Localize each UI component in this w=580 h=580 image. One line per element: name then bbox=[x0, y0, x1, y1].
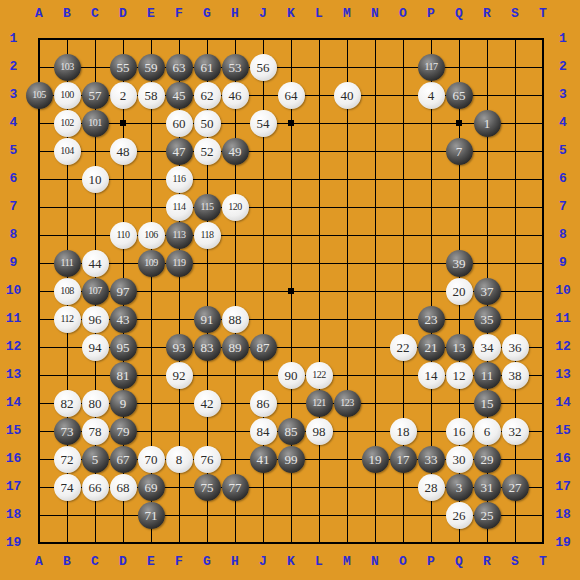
white-stone-Q18-move-26[interactable]: 26 bbox=[446, 502, 473, 529]
black-stone-H2-move-53[interactable]: 53 bbox=[222, 54, 249, 81]
black-stone-O16-move-17[interactable]: 17 bbox=[390, 446, 417, 473]
white-stone-C12-move-94[interactable]: 94 bbox=[82, 334, 109, 361]
black-stone-D15-move-79[interactable]: 79 bbox=[110, 418, 137, 445]
white-stone-G8-move-118[interactable]: 118 bbox=[194, 222, 221, 249]
black-stone-Q17-move-3[interactable]: 3 bbox=[446, 474, 473, 501]
row-label-left-17: 17 bbox=[0, 473, 27, 501]
black-stone-A3-move-105[interactable]: 105 bbox=[26, 82, 53, 109]
col-label-top-J: J bbox=[249, 1, 277, 27]
white-stone-E16-move-70[interactable]: 70 bbox=[138, 446, 165, 473]
row-label-left-14: 14 bbox=[0, 389, 27, 417]
white-stone-B16-move-72[interactable]: 72 bbox=[54, 446, 81, 473]
white-stone-C17-move-66[interactable]: 66 bbox=[82, 474, 109, 501]
white-stone-E3-move-58[interactable]: 58 bbox=[138, 82, 165, 109]
row-label-left-16: 16 bbox=[0, 445, 27, 473]
white-stone-F6-move-116[interactable]: 116 bbox=[166, 166, 193, 193]
col-label-top-P: P bbox=[417, 1, 445, 27]
black-stone-R18-move-25[interactable]: 25 bbox=[474, 502, 501, 529]
white-stone-C11-move-96[interactable]: 96 bbox=[82, 306, 109, 333]
white-stone-G5-move-52[interactable]: 52 bbox=[194, 138, 221, 165]
black-stone-E2-move-59[interactable]: 59 bbox=[138, 54, 165, 81]
white-stone-D3-move-2[interactable]: 2 bbox=[110, 82, 137, 109]
row-label-left-5: 5 bbox=[0, 137, 27, 165]
white-stone-B17-move-74[interactable]: 74 bbox=[54, 474, 81, 501]
black-stone-J16-move-41[interactable]: 41 bbox=[250, 446, 277, 473]
black-stone-P11-move-23[interactable]: 23 bbox=[418, 306, 445, 333]
white-stone-J4-move-54[interactable]: 54 bbox=[250, 110, 277, 137]
black-stone-D10-move-97[interactable]: 97 bbox=[110, 278, 137, 305]
col-label-top-M: M bbox=[333, 1, 361, 27]
col-label-top-A: A bbox=[25, 1, 53, 27]
white-stone-L13-move-122[interactable]: 122 bbox=[306, 362, 333, 389]
white-stone-K13-move-90[interactable]: 90 bbox=[278, 362, 305, 389]
black-stone-R16-move-29[interactable]: 29 bbox=[474, 446, 501, 473]
white-stone-Q13-move-12[interactable]: 12 bbox=[446, 362, 473, 389]
white-stone-F4-move-60[interactable]: 60 bbox=[166, 110, 193, 137]
white-stone-D5-move-48[interactable]: 48 bbox=[110, 138, 137, 165]
white-stone-B4-move-102[interactable]: 102 bbox=[54, 110, 81, 137]
white-stone-H11-move-88[interactable]: 88 bbox=[222, 306, 249, 333]
black-stone-G12-move-83[interactable]: 83 bbox=[194, 334, 221, 361]
black-stone-G17-move-75[interactable]: 75 bbox=[194, 474, 221, 501]
black-stone-Q5-move-7[interactable]: 7 bbox=[446, 138, 473, 165]
black-stone-B9-move-111[interactable]: 111 bbox=[54, 250, 81, 277]
white-stone-Q15-move-16[interactable]: 16 bbox=[446, 418, 473, 445]
white-stone-B5-move-104[interactable]: 104 bbox=[54, 138, 81, 165]
black-stone-F3-move-45[interactable]: 45 bbox=[166, 82, 193, 109]
black-stone-Q12-move-13[interactable]: 13 bbox=[446, 334, 473, 361]
go-board-diagram: AABBCCDDEEFFGGHHJJKKLLMMNNOOPPQQRRSSTT11… bbox=[0, 0, 580, 580]
white-stone-S12-move-36[interactable]: 36 bbox=[502, 334, 529, 361]
white-stone-J14-move-86[interactable]: 86 bbox=[250, 390, 277, 417]
black-stone-C10-move-107[interactable]: 107 bbox=[82, 278, 109, 305]
black-stone-K16-move-99[interactable]: 99 bbox=[278, 446, 305, 473]
col-label-top-Q: Q bbox=[445, 1, 473, 27]
col-label-top-N: N bbox=[361, 1, 389, 27]
col-label-top-K: K bbox=[277, 1, 305, 27]
white-stone-H7-move-120[interactable]: 120 bbox=[222, 194, 249, 221]
col-label-top-E: E bbox=[137, 1, 165, 27]
black-stone-M14-move-123[interactable]: 123 bbox=[334, 390, 361, 417]
white-stone-E8-move-106[interactable]: 106 bbox=[138, 222, 165, 249]
white-stone-B11-move-112[interactable]: 112 bbox=[54, 306, 81, 333]
black-stone-N16-move-19[interactable]: 19 bbox=[362, 446, 389, 473]
white-stone-J2-move-56[interactable]: 56 bbox=[250, 54, 277, 81]
black-stone-H17-move-77[interactable]: 77 bbox=[222, 474, 249, 501]
col-label-top-G: G bbox=[193, 1, 221, 27]
row-label-left-2: 2 bbox=[0, 53, 27, 81]
black-stone-H5-move-49[interactable]: 49 bbox=[222, 138, 249, 165]
white-stone-C9-move-44[interactable]: 44 bbox=[82, 250, 109, 277]
white-stone-G4-move-50[interactable]: 50 bbox=[194, 110, 221, 137]
row-label-left-11: 11 bbox=[0, 305, 27, 333]
black-stone-E9-move-109[interactable]: 109 bbox=[138, 250, 165, 277]
row-label-left-9: 9 bbox=[0, 249, 27, 277]
row-label-left-10: 10 bbox=[0, 277, 27, 305]
black-stone-D2-move-55[interactable]: 55 bbox=[110, 54, 137, 81]
row-label-left-12: 12 bbox=[0, 333, 27, 361]
row-label-left-18: 18 bbox=[0, 501, 27, 529]
black-stone-R11-move-35[interactable]: 35 bbox=[474, 306, 501, 333]
row-label-left-19: 19 bbox=[0, 529, 27, 557]
white-stone-D17-move-68[interactable]: 68 bbox=[110, 474, 137, 501]
white-stone-G3-move-62[interactable]: 62 bbox=[194, 82, 221, 109]
col-label-top-D: D bbox=[109, 1, 137, 27]
black-stone-Q3-move-65[interactable]: 65 bbox=[446, 82, 473, 109]
black-stone-G2-move-61[interactable]: 61 bbox=[194, 54, 221, 81]
row-label-left-8: 8 bbox=[0, 221, 27, 249]
white-stone-Q10-move-20[interactable]: 20 bbox=[446, 278, 473, 305]
row-label-left-13: 13 bbox=[0, 361, 27, 389]
white-stone-P3-move-4[interactable]: 4 bbox=[418, 82, 445, 109]
black-stone-P2-move-117[interactable]: 117 bbox=[418, 54, 445, 81]
black-stone-F2-move-63[interactable]: 63 bbox=[166, 54, 193, 81]
black-stone-S17-move-27[interactable]: 27 bbox=[502, 474, 529, 501]
col-label-top-C: C bbox=[81, 1, 109, 27]
black-stone-R17-move-31[interactable]: 31 bbox=[474, 474, 501, 501]
white-stone-S13-move-38[interactable]: 38 bbox=[502, 362, 529, 389]
black-stone-R4-move-1[interactable]: 1 bbox=[474, 110, 501, 137]
white-stone-C15-move-78[interactable]: 78 bbox=[82, 418, 109, 445]
black-stone-G7-move-115[interactable]: 115 bbox=[194, 194, 221, 221]
white-stone-L15-move-98[interactable]: 98 bbox=[306, 418, 333, 445]
white-stone-Q16-move-30[interactable]: 30 bbox=[446, 446, 473, 473]
white-stone-F7-move-114[interactable]: 114 bbox=[166, 194, 193, 221]
black-stone-Q9-move-39[interactable]: 39 bbox=[446, 250, 473, 277]
white-stone-K3-move-64[interactable]: 64 bbox=[278, 82, 305, 109]
white-stone-H3-move-46[interactable]: 46 bbox=[222, 82, 249, 109]
white-stone-F13-move-92[interactable]: 92 bbox=[166, 362, 193, 389]
white-stone-G14-move-42[interactable]: 42 bbox=[194, 390, 221, 417]
white-stone-O12-move-22[interactable]: 22 bbox=[390, 334, 417, 361]
col-label-top-R: R bbox=[473, 1, 501, 27]
black-stone-P12-move-21[interactable]: 21 bbox=[418, 334, 445, 361]
black-stone-B2-move-103[interactable]: 103 bbox=[54, 54, 81, 81]
col-label-top-O: O bbox=[389, 1, 417, 27]
black-stone-E18-move-71[interactable]: 71 bbox=[138, 502, 165, 529]
black-stone-D13-move-81[interactable]: 81 bbox=[110, 362, 137, 389]
black-stone-K15-move-85[interactable]: 85 bbox=[278, 418, 305, 445]
row-label-left-6: 6 bbox=[0, 165, 27, 193]
black-stone-D14-move-9[interactable]: 9 bbox=[110, 390, 137, 417]
black-stone-F12-move-93[interactable]: 93 bbox=[166, 334, 193, 361]
black-stone-J12-move-87[interactable]: 87 bbox=[250, 334, 277, 361]
white-stone-P13-move-14[interactable]: 14 bbox=[418, 362, 445, 389]
white-stone-C6-move-10[interactable]: 10 bbox=[82, 166, 109, 193]
black-stone-R10-move-37[interactable]: 37 bbox=[474, 278, 501, 305]
black-stone-E17-move-69[interactable]: 69 bbox=[138, 474, 165, 501]
go-board-intersections[interactable]: 1234567891011121314151617181920212223252… bbox=[25, 25, 557, 557]
row-label-left-3: 3 bbox=[0, 81, 27, 109]
black-stone-D16-move-67[interactable]: 67 bbox=[110, 446, 137, 473]
row-label-left-1: 1 bbox=[0, 25, 27, 53]
white-stone-R15-move-6[interactable]: 6 bbox=[474, 418, 501, 445]
white-stone-P17-move-28[interactable]: 28 bbox=[418, 474, 445, 501]
white-stone-G16-move-76[interactable]: 76 bbox=[194, 446, 221, 473]
col-label-top-L: L bbox=[305, 1, 333, 27]
black-stone-D11-move-43[interactable]: 43 bbox=[110, 306, 137, 333]
black-stone-C3-move-57[interactable]: 57 bbox=[82, 82, 109, 109]
black-stone-H12-move-89[interactable]: 89 bbox=[222, 334, 249, 361]
white-stone-B10-move-108[interactable]: 108 bbox=[54, 278, 81, 305]
black-stone-P16-move-33[interactable]: 33 bbox=[418, 446, 445, 473]
black-stone-D12-move-95[interactable]: 95 bbox=[110, 334, 137, 361]
row-label-left-4: 4 bbox=[0, 109, 27, 137]
white-stone-M3-move-40[interactable]: 40 bbox=[334, 82, 361, 109]
col-label-top-S: S bbox=[501, 1, 529, 27]
black-stone-B15-move-73[interactable]: 73 bbox=[54, 418, 81, 445]
white-stone-B14-move-82[interactable]: 82 bbox=[54, 390, 81, 417]
row-label-left-15: 15 bbox=[0, 417, 27, 445]
col-label-top-T: T bbox=[529, 1, 557, 27]
white-stone-C14-move-80[interactable]: 80 bbox=[82, 390, 109, 417]
white-stone-D8-move-110[interactable]: 110 bbox=[110, 222, 137, 249]
black-stone-F9-move-119[interactable]: 119 bbox=[166, 250, 193, 277]
white-stone-F16-move-8[interactable]: 8 bbox=[166, 446, 193, 473]
white-stone-R12-move-34[interactable]: 34 bbox=[474, 334, 501, 361]
col-label-top-B: B bbox=[53, 1, 81, 27]
col-label-top-F: F bbox=[165, 1, 193, 27]
black-stone-F5-move-47[interactable]: 47 bbox=[166, 138, 193, 165]
white-stone-O15-move-18[interactable]: 18 bbox=[390, 418, 417, 445]
black-stone-G11-move-91[interactable]: 91 bbox=[194, 306, 221, 333]
col-label-top-H: H bbox=[221, 1, 249, 27]
black-stone-F8-move-113[interactable]: 113 bbox=[166, 222, 193, 249]
black-stone-C16-move-5[interactable]: 5 bbox=[82, 446, 109, 473]
white-stone-S15-move-32[interactable]: 32 bbox=[502, 418, 529, 445]
white-stone-J15-move-84[interactable]: 84 bbox=[250, 418, 277, 445]
black-stone-C4-move-101[interactable]: 101 bbox=[82, 110, 109, 137]
row-label-left-7: 7 bbox=[0, 193, 27, 221]
black-stone-L14-move-121[interactable]: 121 bbox=[306, 390, 333, 417]
black-stone-R14-move-15[interactable]: 15 bbox=[474, 390, 501, 417]
black-stone-R13-move-11[interactable]: 11 bbox=[474, 362, 501, 389]
white-stone-B3-move-100[interactable]: 100 bbox=[54, 82, 81, 109]
